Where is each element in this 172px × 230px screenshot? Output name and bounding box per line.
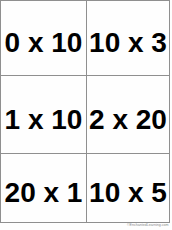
flashcard-1x10: 1 x 10 bbox=[1, 76, 86, 153]
flashcard-grid: 0 x 10 10 x 3 1 x 10 2 x 20 20 x 1 10 x … bbox=[0, 0, 170, 223]
flashcard-label: 0 x 10 bbox=[5, 29, 83, 57]
flashcard-label: 10 x 5 bbox=[89, 179, 167, 207]
flashcard-20x1: 20 x 1 bbox=[1, 154, 86, 222]
watermark-text: ©EnchantedLearning.com bbox=[127, 223, 169, 227]
flashcard-sheet: 0 x 10 10 x 3 1 x 10 2 x 20 20 x 1 10 x … bbox=[0, 0, 172, 230]
flashcard-label: 10 x 3 bbox=[89, 29, 167, 57]
flashcard-2x20: 2 x 20 bbox=[87, 76, 169, 153]
flashcard-10x5: 10 x 5 bbox=[87, 154, 169, 222]
flashcard-10x3: 10 x 3 bbox=[87, 1, 169, 75]
flashcard-label: 1 x 10 bbox=[5, 106, 83, 134]
flashcard-0x10: 0 x 10 bbox=[1, 1, 86, 75]
flashcard-label: 2 x 20 bbox=[89, 106, 167, 134]
flashcard-label: 20 x 1 bbox=[5, 179, 83, 207]
